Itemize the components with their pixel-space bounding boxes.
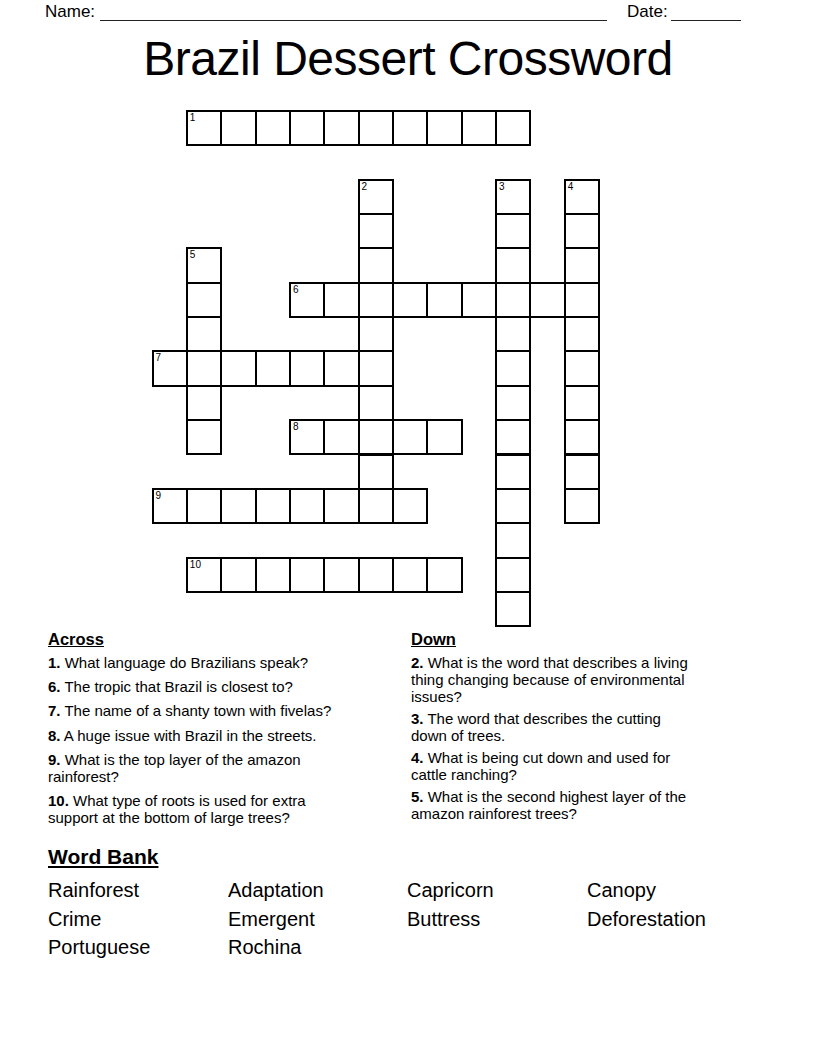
name-label: Name: [45, 2, 95, 22]
clue-across-7: 7. The name of a shanty town with fivela… [48, 702, 331, 719]
grid-cell-r13c6[interactable] [358, 557, 394, 593]
grid-cell-r10c10[interactable] [495, 454, 531, 490]
grid-cell-r4c10[interactable] [495, 247, 531, 283]
grid-cell-r2c12[interactable]: 4 [564, 179, 600, 215]
down-heading: Down [411, 630, 688, 648]
clue-text: The name of a shanty town with fivelas? [64, 702, 331, 719]
grid-cell-r14c10[interactable] [495, 591, 531, 627]
grid-cell-r10c6[interactable] [358, 454, 394, 490]
grid-cell-r5c11[interactable] [529, 282, 565, 318]
word-bank-heading: Word Bank [48, 844, 788, 870]
clue-text: The tropic that Brazil is closest to? [64, 678, 292, 695]
clue-number: 9. [48, 751, 61, 768]
clue-text: What is the word that describes a living… [411, 654, 688, 705]
grid-cell-r2c10[interactable]: 3 [495, 179, 531, 215]
clue-number: 4. [411, 749, 424, 766]
cell-number: 10 [190, 559, 201, 570]
grid-cell-r0c3[interactable] [255, 110, 291, 146]
clue-number: 7. [48, 702, 61, 719]
grid-cell-r9c10[interactable] [495, 419, 531, 455]
word-bank-item: Deforestation [587, 905, 787, 934]
grid-cell-r11c0[interactable]: 9 [152, 488, 188, 524]
word-bank-item: Buttress [407, 905, 587, 934]
grid-cell-r7c10[interactable] [495, 350, 531, 386]
clue-text: A huge issue with Brazil in the streets. [64, 727, 317, 744]
grid-cell-r7c1[interactable] [186, 350, 222, 386]
grid-cell-r12c10[interactable] [495, 522, 531, 558]
grid-cell-r11c3[interactable] [255, 488, 291, 524]
grid-cell-r0c1[interactable]: 1 [186, 110, 222, 146]
grid-cell-r11c2[interactable] [220, 488, 256, 524]
grid-cell-r13c7[interactable] [392, 557, 428, 593]
grid-cell-r8c6[interactable] [358, 385, 394, 421]
grid-cell-r11c6[interactable] [358, 488, 394, 524]
grid-cell-r7c12[interactable] [564, 350, 600, 386]
grid-cell-r7c3[interactable] [255, 350, 291, 386]
word-bank-item: Rochina [228, 933, 407, 962]
grid-cell-r3c12[interactable] [564, 213, 600, 249]
grid-cell-r9c5[interactable] [323, 419, 359, 455]
date-fill-in-line[interactable] [671, 1, 741, 21]
cell-number: 1 [190, 112, 196, 123]
grid-cell-r13c5[interactable] [323, 557, 359, 593]
clue-number: 6. [48, 678, 61, 695]
clue-text: What is the top layer of the amazon rain… [48, 751, 301, 785]
grid-cell-r8c1[interactable] [186, 385, 222, 421]
grid-cell-r13c4[interactable] [289, 557, 325, 593]
grid-cell-r0c4[interactable] [289, 110, 325, 146]
page-title: Brazil Dessert Crossword [0, 30, 816, 88]
grid-cell-r13c2[interactable] [220, 557, 256, 593]
grid-cell-r5c12[interactable] [564, 282, 600, 318]
clue-number: 1. [48, 654, 61, 671]
clue-number: 8. [48, 727, 61, 744]
cell-number: 7 [156, 352, 162, 363]
clue-down-2: 2. What is the word that describes a liv… [411, 654, 688, 706]
grid-cell-r6c6[interactable] [358, 316, 394, 352]
clue-down-3: 3. The word that describes the cutting d… [411, 710, 688, 744]
grid-cell-r11c5[interactable] [323, 488, 359, 524]
cell-number: 4 [568, 181, 574, 192]
grid-cell-r4c1[interactable]: 5 [186, 247, 222, 283]
grid-cell-r2c6[interactable]: 2 [358, 179, 394, 215]
grid-cell-r3c6[interactable] [358, 213, 394, 249]
grid-cell-r0c10[interactable] [495, 110, 531, 146]
grid-cell-r7c5[interactable] [323, 350, 359, 386]
word-bank-item: Capricorn [407, 876, 587, 905]
cell-number: 2 [362, 181, 368, 192]
clue-across-1: 1. What language do Brazilians speak? [48, 654, 331, 671]
grid-cell-r13c3[interactable] [255, 557, 291, 593]
grid-cell-r9c8[interactable] [426, 419, 462, 455]
grid-cell-r10c12[interactable] [564, 454, 600, 490]
grid-cell-r5c4[interactable]: 6 [289, 282, 325, 318]
cell-number: 6 [293, 284, 299, 295]
across-heading: Across [48, 630, 331, 648]
clue-text: The word that describes the cutting down… [411, 710, 661, 744]
grid-cell-r0c2[interactable] [220, 110, 256, 146]
grid-cell-r4c6[interactable] [358, 247, 394, 283]
date-label: Date: [627, 2, 668, 22]
grid-cell-r9c6[interactable] [358, 419, 394, 455]
grid-cell-r6c1[interactable] [186, 316, 222, 352]
grid-cell-r11c1[interactable] [186, 488, 222, 524]
clue-text: What language do Brazilians speak? [65, 654, 309, 671]
grid-cell-r0c7[interactable] [392, 110, 428, 146]
word-bank-item: Canopy [587, 876, 787, 905]
down-clues-section: Down 2. What is the word that describes … [411, 630, 688, 827]
cell-number: 5 [190, 249, 196, 260]
clue-number: 3. [411, 710, 424, 727]
clue-number: 5. [411, 788, 424, 805]
grid-cell-r11c7[interactable] [392, 488, 428, 524]
word-bank-item: Portuguese [48, 933, 228, 962]
word-bank-grid: RainforestAdaptationCapricornCanopyCrime… [48, 876, 788, 962]
clue-down-4: 4. What is being cut down and used for c… [411, 749, 688, 783]
across-clues-section: Across 1. What language do Brazilians sp… [48, 630, 331, 834]
grid-cell-r5c5[interactable] [323, 282, 359, 318]
grid-cell-r0c9[interactable] [461, 110, 497, 146]
clue-text: What is being cut down and used for catt… [411, 749, 670, 783]
grid-cell-r7c6[interactable] [358, 350, 394, 386]
grid-cell-r8c12[interactable] [564, 385, 600, 421]
grid-cell-r5c7[interactable] [392, 282, 428, 318]
grid-cell-r11c12[interactable] [564, 488, 600, 524]
clue-across-6: 6. The tropic that Brazil is closest to? [48, 678, 331, 695]
grid-cell-r5c8[interactable] [426, 282, 462, 318]
word-bank-item: Rainforest [48, 876, 228, 905]
grid-cell-r5c10[interactable] [495, 282, 531, 318]
word-bank-item: Crime [48, 905, 228, 934]
clue-text: What is the second highest layer of the … [411, 788, 686, 822]
grid-cell-r0c6[interactable] [358, 110, 394, 146]
grid-cell-r11c4[interactable] [289, 488, 325, 524]
grid-cell-r8c10[interactable] [495, 385, 531, 421]
word-bank-section: Word Bank RainforestAdaptationCapricornC… [48, 844, 788, 962]
grid-cell-r13c10[interactable] [495, 557, 531, 593]
grid-cell-r4c12[interactable] [564, 247, 600, 283]
grid-cell-r0c5[interactable] [323, 110, 359, 146]
grid-cell-r7c4[interactable] [289, 350, 325, 386]
word-bank-item: Emergent [228, 905, 407, 934]
grid-cell-r6c12[interactable] [564, 316, 600, 352]
grid-cell-r9c1[interactable] [186, 419, 222, 455]
clue-down-5: 5. What is the second highest layer of t… [411, 788, 688, 822]
grid-cell-r0c8[interactable] [426, 110, 462, 146]
clue-across-10: 10. What type of roots is used for extra… [48, 792, 331, 826]
cell-number: 9 [156, 490, 162, 501]
clue-number: 10. [48, 792, 69, 809]
grid-cell-r5c1[interactable] [186, 282, 222, 318]
grid-cell-r13c1[interactable]: 10 [186, 557, 222, 593]
grid-cell-r11c10[interactable] [495, 488, 531, 524]
word-bank-item: Adaptation [228, 876, 407, 905]
grid-cell-r9c12[interactable] [564, 419, 600, 455]
grid-cell-r13c8[interactable] [426, 557, 462, 593]
grid-cell-r7c0[interactable]: 7 [152, 350, 188, 386]
clue-across-9: 9. What is the top layer of the amazon r… [48, 751, 331, 785]
grid-cell-r7c2[interactable] [220, 350, 256, 386]
cell-number: 8 [293, 421, 299, 432]
grid-cell-r5c9[interactable] [461, 282, 497, 318]
grid-cell-r5c6[interactable] [358, 282, 394, 318]
crossword-grid: 12345678910 [152, 110, 599, 626]
clue-text: What type of roots is used for extra sup… [48, 792, 306, 826]
clue-across-8: 8. A huge issue with Brazil in the stree… [48, 727, 331, 744]
grid-cell-r9c4[interactable]: 8 [289, 419, 325, 455]
cell-number: 3 [499, 181, 505, 192]
grid-cell-r6c10[interactable] [495, 316, 531, 352]
clue-number: 2. [411, 654, 424, 671]
name-fill-in-line[interactable] [100, 1, 607, 21]
grid-cell-r3c10[interactable] [495, 213, 531, 249]
grid-cell-r9c7[interactable] [392, 419, 428, 455]
